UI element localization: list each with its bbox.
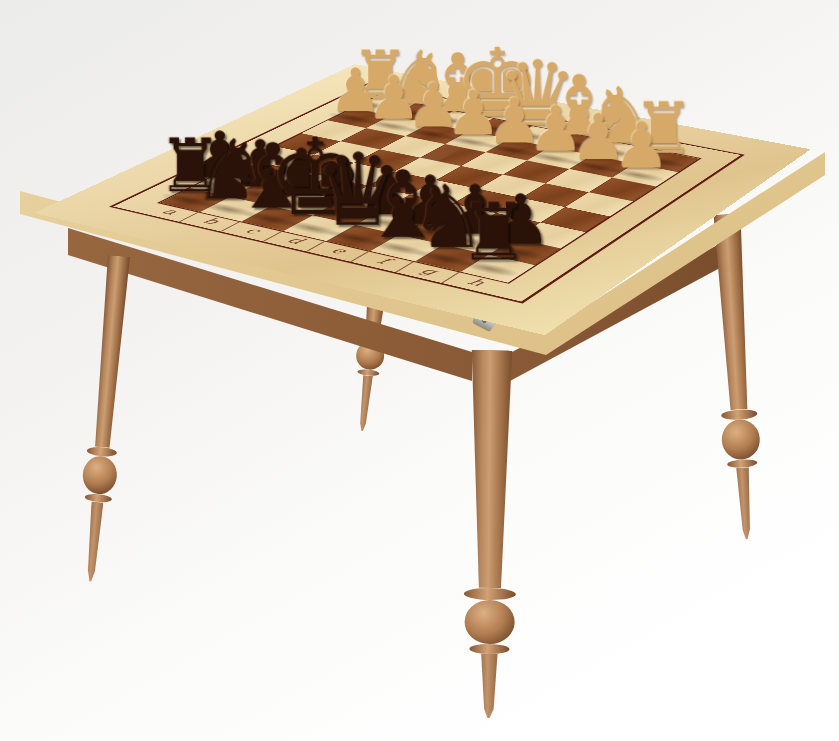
piece-white-pawn-h7[interactable]: ♟ bbox=[591, 114, 691, 178]
table-top-frame: ♜♞♝♚♛♝♞♜♟♟♟♟♟♟♟♟♟♟♟♟♟♟♟♟♜♞♝♚♛♝♞♜ abcdefg… bbox=[34, 64, 811, 335]
chessboard: ♜♞♝♚♛♝♞♜♟♟♟♟♟♟♟♟♟♟♟♟♟♟♟♟♜♞♝♚♛♝♞♜ abcdefg… bbox=[109, 83, 745, 303]
table-scene: ♜♞♝♚♛♝♞♜♟♟♟♟♟♟♟♟♟♟♟♟♟♟♟♟♜♞♝♚♛♝♞♜ abcdefg… bbox=[0, 0, 839, 741]
piece-black-rook-h1[interactable]: ♜ bbox=[438, 192, 548, 271]
square-h1[interactable]: ♜ bbox=[461, 255, 535, 283]
chess-table-photo: ♜♞♝♚♛♝♞♜♟♟♟♟♟♟♟♟♟♟♟♟♟♟♟♟♜♞♝♚♛♝♞♜ abcdefg… bbox=[0, 0, 839, 741]
board-grid: ♜♞♝♚♛♝♞♜♟♟♟♟♟♟♟♟♟♟♟♟♟♟♟♟♜♞♝♚♛♝♞♜ bbox=[157, 96, 702, 284]
